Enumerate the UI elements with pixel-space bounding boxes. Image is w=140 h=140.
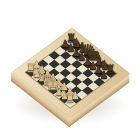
product-photo-chess-set: Miniature natural wood chess set in a sq… [0, 0, 140, 140]
